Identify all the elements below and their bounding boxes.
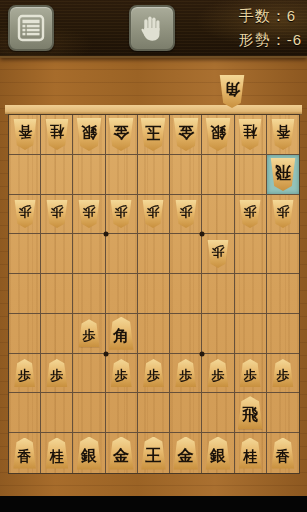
board-cell[interactable] bbox=[202, 314, 234, 354]
piece-kanji: 歩 bbox=[18, 205, 31, 223]
piece-kanji: 玉 bbox=[145, 124, 161, 145]
piece-kanji: 金 bbox=[113, 443, 129, 464]
shogi-piece-gote[interactable]: 桂 bbox=[238, 119, 262, 150]
shogi-piece-sente[interactable]: 香 bbox=[13, 438, 37, 469]
hand-icon bbox=[136, 12, 168, 44]
board-cell[interactable]: 銀 bbox=[73, 433, 105, 473]
piece-kanji: 桂 bbox=[243, 444, 257, 463]
shogi-piece-sente[interactable]: 歩 bbox=[142, 359, 164, 387]
piece-kanji: 歩 bbox=[179, 364, 192, 382]
board-cell[interactable] bbox=[138, 234, 170, 274]
board-cell[interactable] bbox=[138, 155, 170, 195]
shogi-piece-gote[interactable]: 歩 bbox=[175, 200, 197, 228]
board-cell[interactable] bbox=[235, 314, 267, 354]
shogi-piece-gote[interactable]: 飛 bbox=[270, 158, 296, 191]
menu-button[interactable] bbox=[8, 5, 54, 51]
shogi-piece-sente[interactable]: 桂 bbox=[45, 438, 69, 469]
board-cell[interactable] bbox=[235, 234, 267, 274]
piece-kanji: 角 bbox=[224, 81, 240, 102]
shogi-piece-gote[interactable]: 歩 bbox=[239, 200, 261, 228]
board-cell[interactable]: 飛 bbox=[267, 155, 299, 195]
board-cell[interactable] bbox=[41, 314, 73, 354]
piece-kanji: 香 bbox=[18, 444, 32, 463]
board-cell[interactable] bbox=[106, 393, 138, 433]
piece-kanji: 桂 bbox=[50, 125, 64, 144]
board-cell[interactable] bbox=[73, 234, 105, 274]
shogi-piece-gote[interactable]: 歩 bbox=[78, 200, 100, 228]
board-cell[interactable] bbox=[73, 393, 105, 433]
board-cell[interactable]: 歩 bbox=[106, 195, 138, 235]
board-cell[interactable]: 歩 bbox=[9, 354, 41, 394]
board-cell[interactable]: 銀 bbox=[202, 115, 234, 155]
board-cell[interactable]: 香 bbox=[267, 115, 299, 155]
piece-kanji: 銀 bbox=[210, 124, 226, 145]
board-cell[interactable] bbox=[138, 274, 170, 314]
shogi-piece-sente[interactable]: 飛 bbox=[237, 396, 263, 429]
shogi-piece-sente[interactable]: 歩 bbox=[207, 359, 229, 387]
board-cell[interactable] bbox=[170, 314, 202, 354]
gote-captured-tray: 角 bbox=[0, 60, 307, 106]
piece-kanji: 金 bbox=[178, 124, 194, 145]
board-cell[interactable] bbox=[106, 274, 138, 314]
board-cell[interactable] bbox=[235, 274, 267, 314]
shogi-piece-gote[interactable]: 桂 bbox=[45, 119, 69, 150]
board-cell[interactable] bbox=[73, 274, 105, 314]
board-cell[interactable]: 歩 bbox=[202, 354, 234, 394]
hoshi-dot bbox=[200, 232, 205, 237]
shogi-piece-gote[interactable]: 銀 bbox=[76, 118, 102, 151]
piece-kanji: 歩 bbox=[211, 245, 224, 263]
shogi-piece-sente[interactable]: 銀 bbox=[76, 437, 102, 470]
board-cell[interactable]: 歩 bbox=[267, 354, 299, 394]
board-cell[interactable] bbox=[73, 155, 105, 195]
piece-kanji: 銀 bbox=[81, 124, 97, 145]
board-cell[interactable] bbox=[138, 393, 170, 433]
hoshi-dot bbox=[103, 232, 108, 237]
board-cell[interactable] bbox=[138, 314, 170, 354]
hoshi-dot bbox=[200, 351, 205, 356]
board-cell[interactable] bbox=[9, 274, 41, 314]
piece-kanji: 角 bbox=[113, 323, 129, 344]
board-cell[interactable] bbox=[202, 393, 234, 433]
board-cell[interactable] bbox=[41, 274, 73, 314]
shogi-piece-gote[interactable]: 玉 bbox=[140, 118, 166, 151]
board-cell[interactable] bbox=[267, 234, 299, 274]
board-cell[interactable] bbox=[202, 155, 234, 195]
piece-kanji: 歩 bbox=[18, 364, 31, 382]
board-cell[interactable]: 玉 bbox=[138, 115, 170, 155]
shogi-piece-gote[interactable]: 金 bbox=[108, 118, 134, 151]
hand-button[interactable] bbox=[129, 5, 175, 51]
piece-kanji: 歩 bbox=[50, 364, 63, 382]
board-cell[interactable] bbox=[267, 274, 299, 314]
shogi-board: 香桂銀金玉金銀桂香飛歩歩歩歩歩歩歩歩歩歩角歩歩歩歩歩歩歩歩飛香桂銀金王金銀桂香 bbox=[5, 105, 302, 474]
shogi-piece-sente[interactable]: 歩 bbox=[78, 319, 100, 347]
piece-kanji: 歩 bbox=[179, 205, 192, 223]
shogi-piece-sente[interactable]: 歩 bbox=[46, 359, 68, 387]
board-cell[interactable]: 歩 bbox=[138, 354, 170, 394]
board-cell[interactable]: 歩 bbox=[170, 354, 202, 394]
shogi-piece-gote[interactable]: 歩 bbox=[207, 240, 229, 268]
piece-kanji: 歩 bbox=[244, 364, 257, 382]
board-cell[interactable]: 歩 bbox=[235, 195, 267, 235]
piece-kanji: 王 bbox=[145, 443, 161, 464]
shogi-piece-sente[interactable]: 歩 bbox=[272, 359, 294, 387]
board-cell[interactable]: 歩 bbox=[41, 354, 73, 394]
piece-kanji: 歩 bbox=[244, 205, 257, 223]
shogi-piece-gote[interactable]: 歩 bbox=[142, 200, 164, 228]
menu-list-icon bbox=[15, 12, 47, 44]
screen-bottom-bezel bbox=[0, 496, 307, 512]
shogi-app-screen: 手数：6 形勢：-6 角 香桂銀金玉金銀桂香飛歩歩歩歩歩歩歩歩歩歩角歩歩歩歩歩歩… bbox=[0, 0, 307, 512]
board-cell[interactable]: 香 bbox=[9, 115, 41, 155]
board-cell[interactable] bbox=[9, 393, 41, 433]
piece-kanji: 香 bbox=[276, 125, 290, 144]
piece-kanji: 桂 bbox=[243, 125, 257, 144]
board-cell[interactable] bbox=[9, 155, 41, 195]
piece-kanji: 歩 bbox=[83, 324, 96, 342]
board-cell[interactable]: 桂 bbox=[41, 433, 73, 473]
shogi-piece-gote[interactable]: 銀 bbox=[205, 118, 231, 151]
piece-kanji: 飛 bbox=[275, 164, 291, 185]
piece-kanji: 歩 bbox=[276, 364, 289, 382]
board-cell[interactable] bbox=[106, 234, 138, 274]
board-cell[interactable]: 歩 bbox=[73, 314, 105, 354]
board-cell[interactable]: 飛 bbox=[235, 393, 267, 433]
piece-kanji: 歩 bbox=[115, 364, 128, 382]
board-cell[interactable]: 歩 bbox=[106, 354, 138, 394]
board-cell[interactable]: 歩 bbox=[267, 195, 299, 235]
piece-kanji: 歩 bbox=[211, 364, 224, 382]
shogi-piece-sente[interactable]: 金 bbox=[173, 437, 199, 470]
board-cell[interactable]: 歩 bbox=[9, 195, 41, 235]
board-cell[interactable]: 香 bbox=[9, 433, 41, 473]
board-cell[interactable] bbox=[267, 393, 299, 433]
shogi-piece-sente[interactable]: 歩 bbox=[14, 359, 36, 387]
board-cell[interactable] bbox=[41, 234, 73, 274]
board-cell[interactable] bbox=[170, 393, 202, 433]
board-cell[interactable] bbox=[41, 393, 73, 433]
piece-kanji: 金 bbox=[113, 124, 129, 145]
shogi-piece-sente[interactable]: 歩 bbox=[239, 359, 261, 387]
board-cell[interactable]: 金 bbox=[106, 115, 138, 155]
board-cell[interactable] bbox=[9, 314, 41, 354]
board-cell[interactable]: 銀 bbox=[202, 433, 234, 473]
board-cell[interactable]: 香 bbox=[267, 433, 299, 473]
shogi-piece-gote[interactable]: 金 bbox=[173, 118, 199, 151]
shogi-piece-gote[interactable]: 香 bbox=[271, 119, 295, 150]
piece-kanji: 歩 bbox=[115, 205, 128, 223]
board-cell[interactable] bbox=[202, 274, 234, 314]
board-cell[interactable]: 歩 bbox=[202, 234, 234, 274]
piece-kanji: 銀 bbox=[81, 443, 97, 464]
piece-kanji: 歩 bbox=[83, 205, 96, 223]
piece-kanji: 歩 bbox=[276, 205, 289, 223]
board-cell[interactable]: 歩 bbox=[138, 195, 170, 235]
board-cell[interactable] bbox=[235, 155, 267, 195]
shogi-piece-gote[interactable]: 角 bbox=[219, 75, 245, 108]
board-cell[interactable] bbox=[41, 155, 73, 195]
game-stats: 手数：6 形勢：-6 bbox=[239, 4, 302, 52]
board-cell[interactable]: 歩 bbox=[170, 195, 202, 235]
board-cell[interactable]: 金 bbox=[170, 115, 202, 155]
board-cell[interactable] bbox=[170, 155, 202, 195]
piece-kanji: 飛 bbox=[242, 402, 258, 423]
board-cell[interactable] bbox=[202, 195, 234, 235]
shogi-piece-sente[interactable]: 歩 bbox=[110, 359, 132, 387]
shogi-piece-sente[interactable]: 王 bbox=[140, 437, 166, 470]
shogi-piece-sente[interactable]: 香 bbox=[271, 438, 295, 469]
piece-kanji: 銀 bbox=[210, 443, 226, 464]
shogi-piece-gote[interactable]: 歩 bbox=[272, 200, 294, 228]
evaluation-text: 形勢：-6 bbox=[239, 28, 302, 52]
shogi-piece-gote[interactable]: 歩 bbox=[46, 200, 68, 228]
board-cell[interactable] bbox=[170, 274, 202, 314]
piece-kanji: 香 bbox=[276, 444, 290, 463]
board-cell[interactable]: 歩 bbox=[235, 354, 267, 394]
board-cell[interactable]: 歩 bbox=[41, 195, 73, 235]
shogi-piece-sente[interactable]: 銀 bbox=[205, 437, 231, 470]
top-bar: 手数：6 形勢：-6 bbox=[0, 0, 307, 58]
board-cell[interactable]: 金 bbox=[106, 433, 138, 473]
board-cell[interactable]: 金 bbox=[170, 433, 202, 473]
board-grid: 香桂銀金玉金銀桂香飛歩歩歩歩歩歩歩歩歩歩角歩歩歩歩歩歩歩歩飛香桂銀金王金銀桂香 bbox=[8, 114, 300, 474]
board-cell[interactable]: 桂 bbox=[235, 433, 267, 473]
board-cell[interactable]: 銀 bbox=[73, 115, 105, 155]
hoshi-dot bbox=[103, 351, 108, 356]
board-cell[interactable] bbox=[73, 354, 105, 394]
shogi-piece-sente[interactable]: 金 bbox=[108, 437, 134, 470]
shogi-piece-sente[interactable]: 歩 bbox=[175, 359, 197, 387]
board-cell[interactable]: 王 bbox=[138, 433, 170, 473]
board-cell[interactable]: 桂 bbox=[235, 115, 267, 155]
shogi-piece-gote[interactable]: 歩 bbox=[110, 200, 132, 228]
board-cell[interactable] bbox=[9, 234, 41, 274]
shogi-piece-sente[interactable]: 角 bbox=[108, 317, 134, 350]
shogi-piece-gote[interactable]: 香 bbox=[13, 119, 37, 150]
piece-kanji: 歩 bbox=[147, 364, 160, 382]
board-cell[interactable]: 歩 bbox=[73, 195, 105, 235]
piece-kanji: 歩 bbox=[147, 205, 160, 223]
move-count-text: 手数：6 bbox=[239, 4, 302, 28]
board-cell[interactable] bbox=[267, 314, 299, 354]
piece-kanji: 金 bbox=[178, 443, 194, 464]
board-cell[interactable] bbox=[170, 234, 202, 274]
piece-kanji: 桂 bbox=[50, 444, 64, 463]
board-cell[interactable] bbox=[106, 155, 138, 195]
shogi-piece-sente[interactable]: 桂 bbox=[238, 438, 262, 469]
piece-kanji: 歩 bbox=[50, 205, 63, 223]
piece-kanji: 香 bbox=[18, 125, 32, 144]
board-cell[interactable]: 角 bbox=[106, 314, 138, 354]
board-cell[interactable]: 桂 bbox=[41, 115, 73, 155]
shogi-piece-gote[interactable]: 歩 bbox=[14, 200, 36, 228]
